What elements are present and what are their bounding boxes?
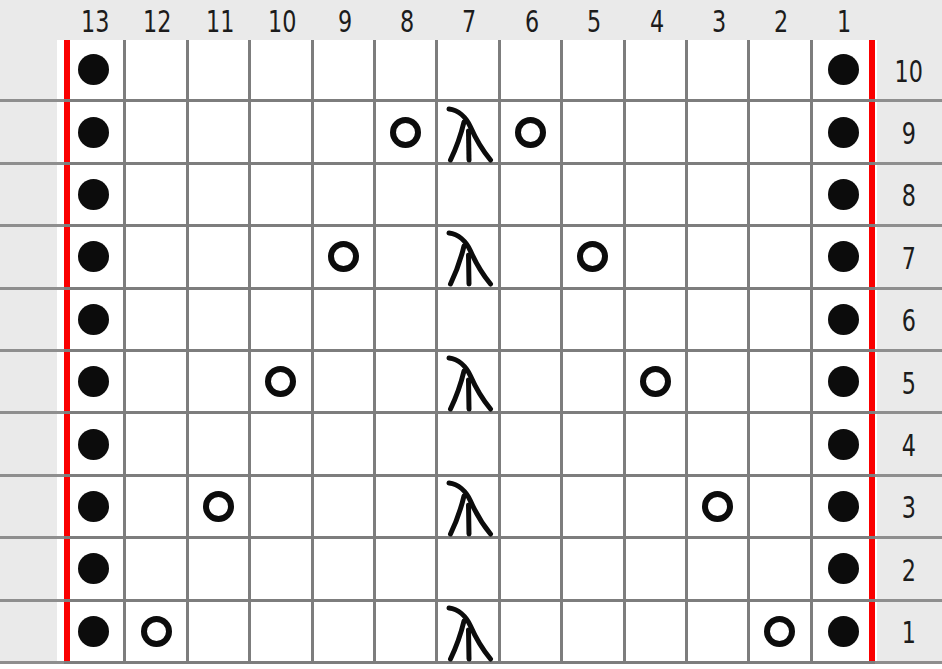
- column-label-12: 12: [135, 0, 180, 40]
- edge-stitch-dot-icon: [828, 616, 859, 647]
- row-number-cell-7: 7: [875, 227, 942, 289]
- yarn-over-icon: [702, 491, 733, 522]
- cell-r8-s7[interactable]: [438, 165, 500, 227]
- cell-r4-s3[interactable]: [688, 414, 750, 476]
- cell-r2-s4[interactable]: [626, 539, 688, 601]
- knitting-chart-board: 13121110987654321 10987654321: [0, 0, 942, 669]
- row-number-cell-10: 10: [875, 40, 942, 102]
- left-margin-cell-row-7: [0, 227, 64, 289]
- cell-r10-s5[interactable]: [563, 40, 625, 102]
- cell-r7-s7[interactable]: [438, 227, 500, 289]
- cell-r3-s2[interactable]: [750, 477, 812, 539]
- edge-stitch-dot-icon: [828, 491, 859, 522]
- row-number-cell-1: 1: [875, 602, 942, 664]
- cell-r5-s2[interactable]: [750, 352, 812, 414]
- centered-double-decrease-icon: [445, 230, 495, 287]
- centered-double-decrease-icon: [445, 480, 495, 537]
- cell-r7-s3[interactable]: [688, 227, 750, 289]
- yarn-over-icon: [141, 616, 172, 647]
- cell-r8-s10[interactable]: [251, 165, 313, 227]
- cell-r2-s9[interactable]: [314, 539, 376, 601]
- cell-r3-s5[interactable]: [563, 477, 625, 539]
- cell-r5-s9[interactable]: [314, 352, 376, 414]
- cell-r5-s6[interactable]: [501, 352, 563, 414]
- cell-r5-s12[interactable]: [126, 352, 188, 414]
- cell-r8-s5[interactable]: [563, 165, 625, 227]
- cell-r3-s3[interactable]: [688, 477, 750, 539]
- cell-r5-s7[interactable]: [438, 352, 500, 414]
- cell-r9-s10[interactable]: [251, 102, 313, 164]
- cell-r6-s8[interactable]: [376, 290, 438, 352]
- edge-stitch-dot-icon: [78, 54, 109, 85]
- edge-stitch-dot-icon: [828, 241, 859, 272]
- column-label-5: 5: [572, 0, 617, 40]
- cell-r1-s8[interactable]: [376, 602, 438, 664]
- row-number-strip: 10987654321: [875, 40, 942, 664]
- row-label-9: 9: [901, 113, 915, 151]
- yarn-over-icon: [203, 491, 234, 522]
- cell-r2-s1[interactable]: [813, 539, 875, 601]
- cell-r4-s1[interactable]: [813, 414, 875, 476]
- row-number-cell-4: 4: [875, 414, 942, 476]
- cell-r4-s2[interactable]: [750, 414, 812, 476]
- cell-r4-s9[interactable]: [314, 414, 376, 476]
- column-header-band: 13121110987654321: [0, 0, 942, 40]
- cell-r1-s13[interactable]: [64, 602, 126, 664]
- cell-r10-s11[interactable]: [189, 40, 251, 102]
- cell-r1-s5[interactable]: [563, 602, 625, 664]
- cell-r3-s7[interactable]: [438, 477, 500, 539]
- edge-stitch-dot-icon: [828, 366, 859, 397]
- cell-r2-s12[interactable]: [126, 539, 188, 601]
- yarn-over-icon: [577, 241, 608, 272]
- cell-r1-s2[interactable]: [750, 602, 812, 664]
- cell-r10-s12[interactable]: [126, 40, 188, 102]
- row-number-cell-8: 8: [875, 165, 942, 227]
- cell-r1-s9[interactable]: [314, 602, 376, 664]
- cell-r9-s2[interactable]: [750, 102, 812, 164]
- cell-r10-s3[interactable]: [688, 40, 750, 102]
- cell-r1-s4[interactable]: [626, 602, 688, 664]
- cell-r7-s9[interactable]: [314, 227, 376, 289]
- cell-r2-s10[interactable]: [251, 539, 313, 601]
- cell-r3-s9[interactable]: [314, 477, 376, 539]
- row-label-5: 5: [901, 363, 915, 401]
- cell-r10-s1[interactable]: [813, 40, 875, 102]
- left-margin-cell-row-3: [0, 477, 64, 539]
- cell-r4-s12[interactable]: [126, 414, 188, 476]
- cell-r9-s4[interactable]: [626, 102, 688, 164]
- cell-r9-s11[interactable]: [189, 102, 251, 164]
- cell-r9-s12[interactable]: [126, 102, 188, 164]
- left-margin-strip: [0, 40, 64, 664]
- cell-r4-s8[interactable]: [376, 414, 438, 476]
- cell-r8-s11[interactable]: [189, 165, 251, 227]
- cell-r5-s8[interactable]: [376, 352, 438, 414]
- left-margin-cell-row-1: [0, 602, 64, 664]
- edge-stitch-dot-icon: [828, 117, 859, 148]
- cell-r2-s2[interactable]: [750, 539, 812, 601]
- cell-r4-s10[interactable]: [251, 414, 313, 476]
- cell-r9-s5[interactable]: [563, 102, 625, 164]
- cell-r1-s12[interactable]: [126, 602, 188, 664]
- cell-r10-s6[interactable]: [501, 40, 563, 102]
- left-margin-cell-row-5: [0, 352, 64, 414]
- cell-r2-s3[interactable]: [688, 539, 750, 601]
- column-label-4: 4: [634, 0, 679, 40]
- cell-r3-s4[interactable]: [626, 477, 688, 539]
- cell-r10-s9[interactable]: [314, 40, 376, 102]
- yarn-over-icon: [764, 616, 795, 647]
- column-label-3: 3: [697, 0, 742, 40]
- cell-r5-s11[interactable]: [189, 352, 251, 414]
- cell-r5-s3[interactable]: [688, 352, 750, 414]
- cell-r6-s6[interactable]: [501, 290, 563, 352]
- row-label-10: 10: [894, 51, 922, 89]
- column-label-9: 9: [322, 0, 367, 40]
- cell-r8-s8[interactable]: [376, 165, 438, 227]
- cell-r9-s8[interactable]: [376, 102, 438, 164]
- cell-r7-s1[interactable]: [813, 227, 875, 289]
- cell-r5-s1[interactable]: [813, 352, 875, 414]
- row-label-7: 7: [901, 238, 915, 276]
- cell-r8-s13[interactable]: [64, 165, 126, 227]
- edge-stitch-dot-icon: [78, 616, 109, 647]
- cell-r2-s8[interactable]: [376, 539, 438, 601]
- column-label-2: 2: [759, 0, 804, 40]
- cell-r3-s12[interactable]: [126, 477, 188, 539]
- column-label-8: 8: [385, 0, 430, 40]
- row-number-cell-3: 3: [875, 477, 942, 539]
- cell-r8-s9[interactable]: [314, 165, 376, 227]
- column-label-6: 6: [509, 0, 554, 40]
- cell-r6-s12[interactable]: [126, 290, 188, 352]
- yarn-over-icon: [640, 366, 671, 397]
- cell-r7-s13[interactable]: [64, 227, 126, 289]
- row-label-8: 8: [901, 175, 915, 213]
- yarn-over-icon: [390, 117, 421, 148]
- cell-r6-s4[interactable]: [626, 290, 688, 352]
- cell-r2-s6[interactable]: [501, 539, 563, 601]
- row-number-cell-9: 9: [875, 102, 942, 164]
- edge-stitch-dot-icon: [78, 553, 109, 584]
- cell-r2-s11[interactable]: [189, 539, 251, 601]
- column-label-1: 1: [821, 0, 866, 40]
- edge-stitch-dot-icon: [828, 54, 859, 85]
- left-margin-cell-row-10: [0, 40, 64, 102]
- cell-r3-s10[interactable]: [251, 477, 313, 539]
- edge-stitch-dot-icon: [78, 241, 109, 272]
- left-margin-cell-row-2: [0, 539, 64, 601]
- cell-r9-s3[interactable]: [688, 102, 750, 164]
- cell-r6-s2[interactable]: [750, 290, 812, 352]
- cell-r3-s11[interactable]: [189, 477, 251, 539]
- left-margin-cell-row-6: [0, 290, 64, 352]
- centered-double-decrease-icon: [445, 605, 495, 662]
- cell-r6-s5[interactable]: [563, 290, 625, 352]
- column-label-7: 7: [447, 0, 492, 40]
- row-number-cell-2: 2: [875, 539, 942, 601]
- cell-r5-s10[interactable]: [251, 352, 313, 414]
- cell-r6-s7[interactable]: [438, 290, 500, 352]
- cell-r4-s5[interactable]: [563, 414, 625, 476]
- cell-r10-s10[interactable]: [251, 40, 313, 102]
- yarn-over-icon: [328, 241, 359, 272]
- column-label-13: 13: [73, 0, 118, 40]
- cell-r7-s11[interactable]: [189, 227, 251, 289]
- edge-stitch-dot-icon: [78, 117, 109, 148]
- cell-r10-s4[interactable]: [626, 40, 688, 102]
- cell-r7-s5[interactable]: [563, 227, 625, 289]
- centered-double-decrease-icon: [445, 355, 495, 412]
- chart-grid: [64, 40, 875, 664]
- edge-stitch-dot-icon: [828, 553, 859, 584]
- cell-r7-s6[interactable]: [501, 227, 563, 289]
- cell-r7-s2[interactable]: [750, 227, 812, 289]
- cell-r6-s11[interactable]: [189, 290, 251, 352]
- cell-r3-s1[interactable]: [813, 477, 875, 539]
- cell-r1-s10[interactable]: [251, 602, 313, 664]
- cell-r10-s7[interactable]: [438, 40, 500, 102]
- left-margin-cell-row-9: [0, 102, 64, 164]
- cell-r3-s6[interactable]: [501, 477, 563, 539]
- cell-r10-s13[interactable]: [64, 40, 126, 102]
- edge-stitch-dot-icon: [78, 491, 109, 522]
- cell-r4-s6[interactable]: [501, 414, 563, 476]
- cell-r2-s5[interactable]: [563, 539, 625, 601]
- cell-r4-s7[interactable]: [438, 414, 500, 476]
- cell-r4-s13[interactable]: [64, 414, 126, 476]
- edge-stitch-dot-icon: [828, 179, 859, 210]
- cell-r9-s13[interactable]: [64, 102, 126, 164]
- cell-r5-s13[interactable]: [64, 352, 126, 414]
- cell-r1-s6[interactable]: [501, 602, 563, 664]
- column-label-11: 11: [198, 0, 243, 40]
- row-number-cell-6: 6: [875, 290, 942, 352]
- column-label-10: 10: [260, 0, 305, 40]
- cell-r7-s4[interactable]: [626, 227, 688, 289]
- edge-stitch-dot-icon: [78, 429, 109, 460]
- cell-r1-s1[interactable]: [813, 602, 875, 664]
- left-margin-cell-row-4: [0, 414, 64, 476]
- edge-stitch-dot-icon: [78, 179, 109, 210]
- row-label-3: 3: [901, 487, 915, 525]
- cell-r6-s3[interactable]: [688, 290, 750, 352]
- cell-r5-s5[interactable]: [563, 352, 625, 414]
- cell-r9-s1[interactable]: [813, 102, 875, 164]
- cell-r8-s6[interactable]: [501, 165, 563, 227]
- cell-r3-s13[interactable]: [64, 477, 126, 539]
- cell-r10-s2[interactable]: [750, 40, 812, 102]
- cell-r9-s9[interactable]: [314, 102, 376, 164]
- cell-r8-s3[interactable]: [688, 165, 750, 227]
- cell-r8-s2[interactable]: [750, 165, 812, 227]
- left-margin-cell-row-8: [0, 165, 64, 227]
- cell-r7-s8[interactable]: [376, 227, 438, 289]
- cell-r5-s4[interactable]: [626, 352, 688, 414]
- cell-r6-s10[interactable]: [251, 290, 313, 352]
- row-label-2: 2: [901, 550, 915, 588]
- cell-r6-s1[interactable]: [813, 290, 875, 352]
- cell-r1-s11[interactable]: [189, 602, 251, 664]
- cell-r2-s13[interactable]: [64, 539, 126, 601]
- cell-r4-s11[interactable]: [189, 414, 251, 476]
- cell-r7-s12[interactable]: [126, 227, 188, 289]
- cell-r9-s6[interactable]: [501, 102, 563, 164]
- cell-r4-s4[interactable]: [626, 414, 688, 476]
- row-label-1: 1: [901, 612, 915, 650]
- cell-r3-s8[interactable]: [376, 477, 438, 539]
- cell-r8-s1[interactable]: [813, 165, 875, 227]
- cell-r6-s13[interactable]: [64, 290, 126, 352]
- cell-r9-s7[interactable]: [438, 102, 500, 164]
- centered-double-decrease-icon: [445, 106, 495, 163]
- edge-stitch-dot-icon: [78, 366, 109, 397]
- row-number-cell-5: 5: [875, 352, 942, 414]
- edge-stitch-dot-icon: [828, 304, 859, 335]
- cell-r1-s7[interactable]: [438, 602, 500, 664]
- edge-stitch-dot-icon: [78, 304, 109, 335]
- row-label-6: 6: [901, 300, 915, 338]
- yarn-over-icon: [515, 117, 546, 148]
- yarn-over-icon: [265, 366, 296, 397]
- row-label-4: 4: [901, 425, 915, 463]
- cell-r10-s8[interactable]: [376, 40, 438, 102]
- cell-r7-s10[interactable]: [251, 227, 313, 289]
- cell-r2-s7[interactable]: [438, 539, 500, 601]
- cell-r6-s9[interactable]: [314, 290, 376, 352]
- cell-r8-s12[interactable]: [126, 165, 188, 227]
- cell-r1-s3[interactable]: [688, 602, 750, 664]
- edge-stitch-dot-icon: [828, 429, 859, 460]
- cell-r8-s4[interactable]: [626, 165, 688, 227]
